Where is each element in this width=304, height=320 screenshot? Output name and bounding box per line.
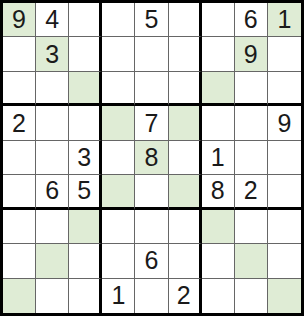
cell-r7c5[interactable]	[135, 210, 168, 244]
cell-r6c5[interactable]	[135, 175, 168, 209]
cell-r5c5[interactable]: 8	[135, 141, 168, 175]
cell-r9c3[interactable]	[69, 279, 102, 313]
cell-r8c2[interactable]	[36, 244, 69, 278]
cell-r3c3[interactable]	[69, 72, 102, 106]
cell-r9c2[interactable]	[36, 279, 69, 313]
cell-r1c4[interactable]	[102, 3, 135, 37]
cell-r3c5[interactable]	[135, 72, 168, 106]
cell-r1c3[interactable]	[69, 3, 102, 37]
cell-r6c7[interactable]: 8	[202, 175, 235, 209]
cell-r1c7[interactable]	[202, 3, 235, 37]
cell-r5c3[interactable]: 3	[69, 141, 102, 175]
cell-r3c9[interactable]	[268, 72, 301, 106]
cell-r8c4[interactable]	[102, 244, 135, 278]
cell-r5c7[interactable]: 1	[202, 141, 235, 175]
cell-r2c8[interactable]: 9	[235, 37, 268, 71]
cell-r6c8[interactable]: 2	[235, 175, 268, 209]
cell-r5c4[interactable]	[102, 141, 135, 175]
cell-r4c9[interactable]: 9	[268, 106, 301, 140]
cell-r2c4[interactable]	[102, 37, 135, 71]
cell-r7c3[interactable]	[69, 210, 102, 244]
cell-r7c6[interactable]	[169, 210, 202, 244]
cell-r9c8[interactable]	[235, 279, 268, 313]
cell-r7c9[interactable]	[268, 210, 301, 244]
cell-r1c2[interactable]: 4	[36, 3, 69, 37]
cell-r3c2[interactable]	[36, 72, 69, 106]
cell-r6c6[interactable]	[169, 175, 202, 209]
cell-r6c4[interactable]	[102, 175, 135, 209]
cell-r4c8[interactable]	[235, 106, 268, 140]
cell-r4c4[interactable]	[102, 106, 135, 140]
cell-r8c7[interactable]	[202, 244, 235, 278]
cell-r3c1[interactable]	[3, 72, 36, 106]
cell-r7c1[interactable]	[3, 210, 36, 244]
cell-r7c4[interactable]	[102, 210, 135, 244]
cell-r2c2[interactable]: 3	[36, 37, 69, 71]
cell-r1c6[interactable]	[169, 3, 202, 37]
cell-r3c6[interactable]	[169, 72, 202, 106]
cell-r1c8[interactable]: 6	[235, 3, 268, 37]
cell-r4c5[interactable]: 7	[135, 106, 168, 140]
cell-r2c9[interactable]	[268, 37, 301, 71]
cell-r8c8[interactable]	[235, 244, 268, 278]
cell-r4c1[interactable]: 2	[3, 106, 36, 140]
cell-r8c5[interactable]: 6	[135, 244, 168, 278]
cell-r9c1[interactable]	[3, 279, 36, 313]
cell-r9c4[interactable]: 1	[102, 279, 135, 313]
cell-r5c1[interactable]	[3, 141, 36, 175]
cell-r3c4[interactable]	[102, 72, 135, 106]
cell-r7c2[interactable]	[36, 210, 69, 244]
cell-r9c5[interactable]	[135, 279, 168, 313]
cell-r4c3[interactable]	[69, 106, 102, 140]
cell-r6c2[interactable]: 6	[36, 175, 69, 209]
cell-r1c9[interactable]: 1	[268, 3, 301, 37]
cell-r4c7[interactable]	[202, 106, 235, 140]
page: 94561392793816582612	[0, 0, 304, 320]
cell-r6c9[interactable]	[268, 175, 301, 209]
cell-r2c6[interactable]	[169, 37, 202, 71]
sudoku-board: 94561392793816582612	[0, 0, 304, 316]
cell-r2c7[interactable]	[202, 37, 235, 71]
cell-r2c3[interactable]	[69, 37, 102, 71]
cell-r5c9[interactable]	[268, 141, 301, 175]
cell-r8c6[interactable]	[169, 244, 202, 278]
cell-r5c2[interactable]	[36, 141, 69, 175]
cell-r5c8[interactable]	[235, 141, 268, 175]
cell-r7c7[interactable]	[202, 210, 235, 244]
cell-r8c1[interactable]	[3, 244, 36, 278]
cell-r8c9[interactable]	[268, 244, 301, 278]
cell-r9c7[interactable]	[202, 279, 235, 313]
cell-r9c9[interactable]	[268, 279, 301, 313]
cell-r4c6[interactable]	[169, 106, 202, 140]
cell-r2c1[interactable]	[3, 37, 36, 71]
cell-r6c1[interactable]	[3, 175, 36, 209]
cell-r3c8[interactable]	[235, 72, 268, 106]
cell-r5c6[interactable]	[169, 141, 202, 175]
cell-r1c1[interactable]: 9	[3, 3, 36, 37]
cell-r7c8[interactable]	[235, 210, 268, 244]
cell-r1c5[interactable]: 5	[135, 3, 168, 37]
cell-r3c7[interactable]	[202, 72, 235, 106]
cell-r9c6[interactable]: 2	[169, 279, 202, 313]
cell-r8c3[interactable]	[69, 244, 102, 278]
cell-r6c3[interactable]: 5	[69, 175, 102, 209]
cell-r2c5[interactable]	[135, 37, 168, 71]
cell-r4c2[interactable]	[36, 106, 69, 140]
